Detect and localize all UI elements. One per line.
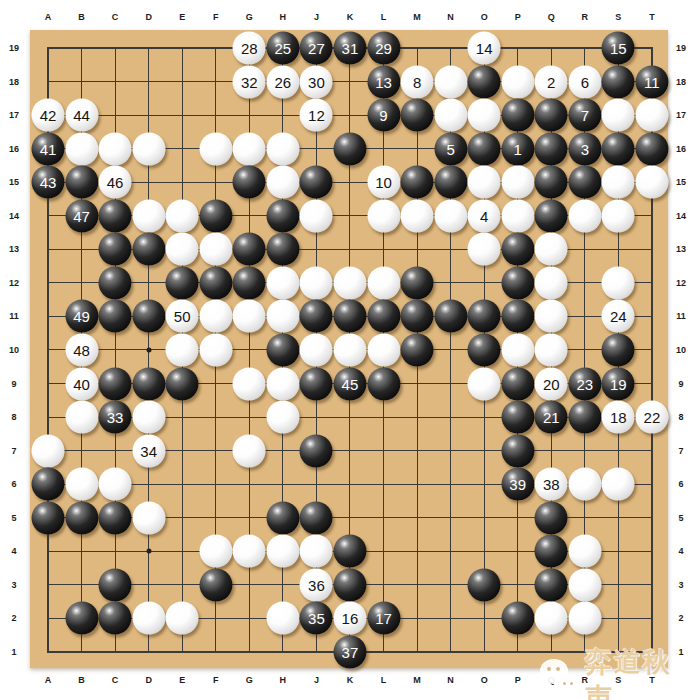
white-stone-Q2 bbox=[535, 602, 568, 635]
row-label-3: 3 bbox=[11, 580, 16, 590]
move-number: 41 bbox=[40, 141, 57, 156]
move-number: 4 bbox=[480, 208, 488, 223]
column-label-C: C bbox=[112, 12, 119, 22]
black-stone-C3 bbox=[99, 568, 132, 601]
black-stone-P2 bbox=[501, 602, 534, 635]
white-stone-T17 bbox=[635, 99, 668, 132]
white-stone-D2 bbox=[132, 602, 165, 635]
column-label-T: T bbox=[649, 12, 655, 22]
white-stone-B8 bbox=[65, 401, 98, 434]
black-stone-C12 bbox=[99, 266, 132, 299]
row-label-14: 14 bbox=[9, 211, 19, 221]
white-stone-H9 bbox=[266, 367, 299, 400]
column-label-P: P bbox=[515, 675, 521, 685]
white-stone-C16 bbox=[99, 132, 132, 165]
black-stone-Q16 bbox=[535, 132, 568, 165]
row-label-6: 6 bbox=[11, 479, 16, 489]
white-stone-O14: 4 bbox=[468, 199, 501, 232]
column-label-A: A bbox=[45, 12, 52, 22]
white-stone-B6 bbox=[65, 468, 98, 501]
black-stone-Q15 bbox=[535, 166, 568, 199]
white-stone-H8 bbox=[266, 401, 299, 434]
row-label-13: 13 bbox=[676, 244, 686, 254]
column-label-B: B bbox=[78, 675, 85, 685]
row-label-16: 16 bbox=[676, 144, 686, 154]
row-label-12: 12 bbox=[9, 278, 19, 288]
white-stone-E11: 50 bbox=[166, 300, 199, 333]
column-label-Q: Q bbox=[548, 12, 555, 22]
row-label-4: 4 bbox=[11, 546, 16, 556]
move-number: 17 bbox=[375, 611, 392, 626]
move-number: 42 bbox=[40, 108, 57, 123]
black-stone-F3 bbox=[199, 568, 232, 601]
move-number: 30 bbox=[308, 74, 325, 89]
white-stone-G11 bbox=[233, 300, 266, 333]
black-stone-D11 bbox=[132, 300, 165, 333]
move-number: 10 bbox=[375, 175, 392, 190]
move-number: 32 bbox=[241, 74, 258, 89]
move-number: 5 bbox=[446, 141, 454, 156]
row-label-9: 9 bbox=[11, 379, 16, 389]
white-stone-R14 bbox=[568, 199, 601, 232]
black-stone-R15 bbox=[568, 166, 601, 199]
column-label-J: J bbox=[314, 675, 319, 685]
row-label-7: 7 bbox=[11, 446, 16, 456]
white-stone-K2: 16 bbox=[333, 602, 366, 635]
white-stone-A17: 42 bbox=[32, 99, 65, 132]
black-stone-L18: 13 bbox=[367, 65, 400, 98]
row-label-10: 10 bbox=[9, 345, 19, 355]
move-number: 40 bbox=[73, 376, 90, 391]
black-stone-O3 bbox=[468, 568, 501, 601]
black-stone-Q14 bbox=[535, 199, 568, 232]
white-stone-B10: 48 bbox=[65, 333, 98, 366]
move-number: 12 bbox=[308, 108, 325, 123]
black-stone-J9 bbox=[300, 367, 333, 400]
black-stone-T18: 11 bbox=[635, 65, 668, 98]
black-stone-N15 bbox=[434, 166, 467, 199]
column-label-A: A bbox=[45, 675, 52, 685]
white-stone-H11 bbox=[266, 300, 299, 333]
column-label-K: K bbox=[347, 675, 354, 685]
row-label-9: 9 bbox=[678, 379, 683, 389]
row-label-6: 6 bbox=[678, 479, 683, 489]
black-stone-H19: 25 bbox=[266, 32, 299, 65]
move-number: 8 bbox=[413, 74, 421, 89]
move-number: 9 bbox=[379, 108, 387, 123]
white-stone-O15 bbox=[468, 166, 501, 199]
black-stone-M17 bbox=[401, 99, 434, 132]
black-stone-R9: 23 bbox=[568, 367, 601, 400]
row-label-19: 19 bbox=[676, 43, 686, 53]
row-label-5: 5 bbox=[11, 513, 16, 523]
go-diagram-page: 2825273129141532263013826114244129741513… bbox=[0, 0, 700, 700]
black-stone-S10 bbox=[602, 333, 635, 366]
row-label-10: 10 bbox=[676, 345, 686, 355]
column-label-M: M bbox=[413, 12, 421, 22]
black-stone-J19: 27 bbox=[300, 32, 333, 65]
white-stone-F10 bbox=[199, 333, 232, 366]
white-stone-P14 bbox=[501, 199, 534, 232]
white-stone-C6 bbox=[99, 468, 132, 501]
black-stone-Q8: 21 bbox=[535, 401, 568, 434]
black-stone-P13 bbox=[501, 233, 534, 266]
move-number: 7 bbox=[581, 108, 589, 123]
move-number: 29 bbox=[375, 41, 392, 56]
column-label-H: H bbox=[280, 12, 287, 22]
black-stone-S18 bbox=[602, 65, 635, 98]
white-stone-J10 bbox=[300, 333, 333, 366]
black-stone-H10 bbox=[266, 333, 299, 366]
column-label-P: P bbox=[515, 12, 521, 22]
white-stone-S17 bbox=[602, 99, 635, 132]
white-stone-T8: 22 bbox=[635, 401, 668, 434]
black-stone-K9: 45 bbox=[333, 367, 366, 400]
black-stone-P8 bbox=[501, 401, 534, 434]
white-stone-F4 bbox=[199, 535, 232, 568]
black-stone-M11 bbox=[401, 300, 434, 333]
white-stone-S12 bbox=[602, 266, 635, 299]
move-number: 23 bbox=[576, 376, 593, 391]
white-stone-R3 bbox=[568, 568, 601, 601]
column-label-E: E bbox=[179, 675, 185, 685]
white-stone-J12 bbox=[300, 266, 333, 299]
white-stone-L10 bbox=[367, 333, 400, 366]
black-stone-K19: 31 bbox=[333, 32, 366, 65]
white-stone-D14 bbox=[132, 199, 165, 232]
white-stone-B17: 44 bbox=[65, 99, 98, 132]
white-stone-Q18: 2 bbox=[535, 65, 568, 98]
move-number: 15 bbox=[610, 41, 627, 56]
white-stone-M14 bbox=[401, 199, 434, 232]
black-stone-L2: 17 bbox=[367, 602, 400, 635]
white-stone-J4 bbox=[300, 535, 333, 568]
move-number: 13 bbox=[375, 74, 392, 89]
black-stone-C13 bbox=[99, 233, 132, 266]
move-number: 43 bbox=[40, 175, 57, 190]
white-stone-H4 bbox=[266, 535, 299, 568]
black-stone-J5 bbox=[300, 501, 333, 534]
row-label-11: 11 bbox=[9, 311, 19, 321]
row-label-1: 1 bbox=[11, 647, 16, 657]
black-stone-C9 bbox=[99, 367, 132, 400]
white-stone-S6 bbox=[602, 468, 635, 501]
row-label-17: 17 bbox=[676, 110, 686, 120]
black-stone-P9 bbox=[501, 367, 534, 400]
move-number: 35 bbox=[308, 611, 325, 626]
black-stone-H5 bbox=[266, 501, 299, 534]
move-number: 18 bbox=[610, 410, 627, 425]
white-stone-B16 bbox=[65, 132, 98, 165]
white-stone-P10 bbox=[501, 333, 534, 366]
black-stone-K11 bbox=[333, 300, 366, 333]
watermark-text: 弈道秋声 bbox=[585, 644, 700, 700]
column-label-S: S bbox=[615, 12, 621, 22]
white-stone-F13 bbox=[199, 233, 232, 266]
black-stone-B14: 47 bbox=[65, 199, 98, 232]
white-stone-N18 bbox=[434, 65, 467, 98]
white-stone-A7 bbox=[32, 434, 65, 467]
white-stone-E14 bbox=[166, 199, 199, 232]
row-label-14: 14 bbox=[676, 211, 686, 221]
move-number: 39 bbox=[509, 477, 526, 492]
row-label-13: 13 bbox=[9, 244, 19, 254]
move-number: 1 bbox=[514, 141, 522, 156]
column-label-G: G bbox=[246, 12, 253, 22]
black-stone-A15: 43 bbox=[32, 166, 65, 199]
black-stone-O18 bbox=[468, 65, 501, 98]
wechat-icon bbox=[538, 657, 582, 700]
move-number: 24 bbox=[610, 309, 627, 324]
star-point bbox=[146, 347, 151, 352]
black-stone-G13 bbox=[233, 233, 266, 266]
row-label-19: 19 bbox=[9, 43, 19, 53]
move-number: 50 bbox=[174, 309, 191, 324]
white-stone-R2 bbox=[568, 602, 601, 635]
move-number: 45 bbox=[342, 376, 359, 391]
black-stone-A5 bbox=[32, 501, 65, 534]
white-stone-N17 bbox=[434, 99, 467, 132]
column-label-K: K bbox=[347, 12, 354, 22]
row-label-18: 18 bbox=[676, 77, 686, 87]
row-label-8: 8 bbox=[678, 412, 683, 422]
move-number: 37 bbox=[342, 644, 359, 659]
white-stone-H15 bbox=[266, 166, 299, 199]
row-label-3: 3 bbox=[678, 580, 683, 590]
column-label-M: M bbox=[413, 675, 421, 685]
row-label-7: 7 bbox=[678, 446, 683, 456]
black-stone-P6: 39 bbox=[501, 468, 534, 501]
move-number: 11 bbox=[644, 74, 660, 89]
move-number: 49 bbox=[73, 309, 90, 324]
black-stone-M15 bbox=[401, 166, 434, 199]
move-number: 2 bbox=[547, 74, 555, 89]
row-label-12: 12 bbox=[676, 278, 686, 288]
white-stone-F11 bbox=[199, 300, 232, 333]
black-stone-L9 bbox=[367, 367, 400, 400]
black-stone-M10 bbox=[401, 333, 434, 366]
black-stone-B2 bbox=[65, 602, 98, 635]
white-stone-S8: 18 bbox=[602, 401, 635, 434]
white-stone-N14 bbox=[434, 199, 467, 232]
move-number: 25 bbox=[275, 41, 292, 56]
black-stone-C8: 33 bbox=[99, 401, 132, 434]
row-label-17: 17 bbox=[9, 110, 19, 120]
white-stone-C15: 46 bbox=[99, 166, 132, 199]
black-stone-O11 bbox=[468, 300, 501, 333]
white-stone-K12 bbox=[333, 266, 366, 299]
row-label-5: 5 bbox=[678, 513, 683, 523]
move-number: 33 bbox=[107, 410, 124, 425]
move-number: 22 bbox=[644, 410, 661, 425]
white-stone-L15: 10 bbox=[367, 166, 400, 199]
black-stone-S19: 15 bbox=[602, 32, 635, 65]
white-stone-D8 bbox=[132, 401, 165, 434]
white-stone-H12 bbox=[266, 266, 299, 299]
white-stone-H2 bbox=[266, 602, 299, 635]
move-number: 20 bbox=[543, 376, 560, 391]
white-stone-Q6: 38 bbox=[535, 468, 568, 501]
black-stone-K1: 37 bbox=[333, 635, 366, 668]
move-number: 34 bbox=[140, 443, 157, 458]
black-stone-D9 bbox=[132, 367, 165, 400]
move-number: 6 bbox=[581, 74, 589, 89]
move-number: 21 bbox=[543, 410, 560, 425]
white-stone-L14 bbox=[367, 199, 400, 232]
column-label-C: C bbox=[112, 675, 119, 685]
row-label-18: 18 bbox=[9, 77, 19, 87]
white-stone-P15 bbox=[501, 166, 534, 199]
white-stone-O13 bbox=[468, 233, 501, 266]
black-stone-E9 bbox=[166, 367, 199, 400]
black-stone-J2: 35 bbox=[300, 602, 333, 635]
white-stone-E13 bbox=[166, 233, 199, 266]
white-stone-Q10 bbox=[535, 333, 568, 366]
black-stone-Q5 bbox=[535, 501, 568, 534]
move-number: 19 bbox=[610, 376, 627, 391]
column-label-R: R bbox=[582, 12, 589, 22]
white-stone-D16 bbox=[132, 132, 165, 165]
black-stone-P16: 1 bbox=[501, 132, 534, 165]
move-number: 16 bbox=[342, 611, 359, 626]
black-stone-F14 bbox=[199, 199, 232, 232]
white-stone-J3: 36 bbox=[300, 568, 333, 601]
white-stone-B9: 40 bbox=[65, 367, 98, 400]
go-board[interactable]: 2825273129141532263013826114244129741513… bbox=[30, 30, 668, 668]
white-stone-S14 bbox=[602, 199, 635, 232]
column-label-J: J bbox=[314, 12, 319, 22]
row-label-15: 15 bbox=[9, 177, 19, 187]
white-stone-Q12 bbox=[535, 266, 568, 299]
black-stone-C2 bbox=[99, 602, 132, 635]
white-stone-G16 bbox=[233, 132, 266, 165]
black-stone-B15 bbox=[65, 166, 98, 199]
black-stone-R17: 7 bbox=[568, 99, 601, 132]
move-number: 47 bbox=[73, 208, 90, 223]
column-label-F: F bbox=[213, 12, 219, 22]
white-stone-R6 bbox=[568, 468, 601, 501]
white-stone-S11: 24 bbox=[602, 300, 635, 333]
black-stone-K3 bbox=[333, 568, 366, 601]
move-number: 46 bbox=[107, 175, 124, 190]
black-stone-B11: 49 bbox=[65, 300, 98, 333]
white-stone-Q9: 20 bbox=[535, 367, 568, 400]
black-stone-R16: 3 bbox=[568, 132, 601, 165]
column-label-L: L bbox=[381, 675, 387, 685]
column-label-D: D bbox=[145, 675, 152, 685]
white-stone-H18: 26 bbox=[266, 65, 299, 98]
black-stone-H13 bbox=[266, 233, 299, 266]
move-number: 27 bbox=[308, 41, 325, 56]
white-stone-R18: 6 bbox=[568, 65, 601, 98]
white-stone-G9 bbox=[233, 367, 266, 400]
black-stone-C5 bbox=[99, 501, 132, 534]
white-stone-J17: 12 bbox=[300, 99, 333, 132]
column-label-B: B bbox=[78, 12, 85, 22]
white-stone-R4 bbox=[568, 535, 601, 568]
white-stone-K10 bbox=[333, 333, 366, 366]
white-stone-S15 bbox=[602, 166, 635, 199]
move-number: 38 bbox=[543, 477, 560, 492]
move-number: 36 bbox=[308, 577, 325, 592]
white-stone-G4 bbox=[233, 535, 266, 568]
star-point bbox=[146, 549, 151, 554]
white-stone-G18: 32 bbox=[233, 65, 266, 98]
white-stone-J14 bbox=[300, 199, 333, 232]
black-stone-E12 bbox=[166, 266, 199, 299]
black-stone-G15 bbox=[233, 166, 266, 199]
white-stone-Q13 bbox=[535, 233, 568, 266]
black-stone-H14 bbox=[266, 199, 299, 232]
row-label-2: 2 bbox=[11, 613, 16, 623]
white-stone-D5 bbox=[132, 501, 165, 534]
black-stone-P7 bbox=[501, 434, 534, 467]
black-stone-O10 bbox=[468, 333, 501, 366]
move-number: 48 bbox=[73, 342, 90, 357]
move-number: 28 bbox=[241, 41, 258, 56]
black-stone-S9: 19 bbox=[602, 367, 635, 400]
black-stone-J7 bbox=[300, 434, 333, 467]
black-stone-D13 bbox=[132, 233, 165, 266]
column-label-G: G bbox=[246, 675, 253, 685]
watermark: 弈道秋声 bbox=[538, 644, 700, 700]
row-label-2: 2 bbox=[678, 613, 683, 623]
black-stone-A6 bbox=[32, 468, 65, 501]
black-stone-M12 bbox=[401, 266, 434, 299]
black-stone-C11 bbox=[99, 300, 132, 333]
black-stone-F12 bbox=[199, 266, 232, 299]
white-stone-G19: 28 bbox=[233, 32, 266, 65]
black-stone-L19: 29 bbox=[367, 32, 400, 65]
move-number: 44 bbox=[73, 108, 90, 123]
black-stone-G12 bbox=[233, 266, 266, 299]
black-stone-P11 bbox=[501, 300, 534, 333]
black-stone-N11 bbox=[434, 300, 467, 333]
column-label-N: N bbox=[447, 675, 454, 685]
column-label-H: H bbox=[280, 675, 287, 685]
column-label-O: O bbox=[481, 675, 488, 685]
black-stone-P12 bbox=[501, 266, 534, 299]
white-stone-G7 bbox=[233, 434, 266, 467]
row-label-11: 11 bbox=[676, 311, 686, 321]
black-stone-A16: 41 bbox=[32, 132, 65, 165]
column-label-O: O bbox=[481, 12, 488, 22]
black-stone-P17 bbox=[501, 99, 534, 132]
black-stone-B5 bbox=[65, 501, 98, 534]
white-stone-O9 bbox=[468, 367, 501, 400]
black-stone-R8 bbox=[568, 401, 601, 434]
white-stone-D7: 34 bbox=[132, 434, 165, 467]
black-stone-L11 bbox=[367, 300, 400, 333]
row-label-8: 8 bbox=[11, 412, 16, 422]
black-stone-J11 bbox=[300, 300, 333, 333]
white-stone-P18 bbox=[501, 65, 534, 98]
black-stone-K4 bbox=[333, 535, 366, 568]
white-stone-H16 bbox=[266, 132, 299, 165]
white-stone-T15 bbox=[635, 166, 668, 199]
column-label-N: N bbox=[447, 12, 454, 22]
black-stone-Q4 bbox=[535, 535, 568, 568]
black-stone-N16: 5 bbox=[434, 132, 467, 165]
white-stone-O19: 14 bbox=[468, 32, 501, 65]
column-label-L: L bbox=[381, 12, 387, 22]
black-stone-J15 bbox=[300, 166, 333, 199]
row-label-15: 15 bbox=[676, 177, 686, 187]
row-label-4: 4 bbox=[678, 546, 683, 556]
row-label-16: 16 bbox=[9, 144, 19, 154]
black-stone-K16 bbox=[333, 132, 366, 165]
move-number: 3 bbox=[581, 141, 589, 156]
